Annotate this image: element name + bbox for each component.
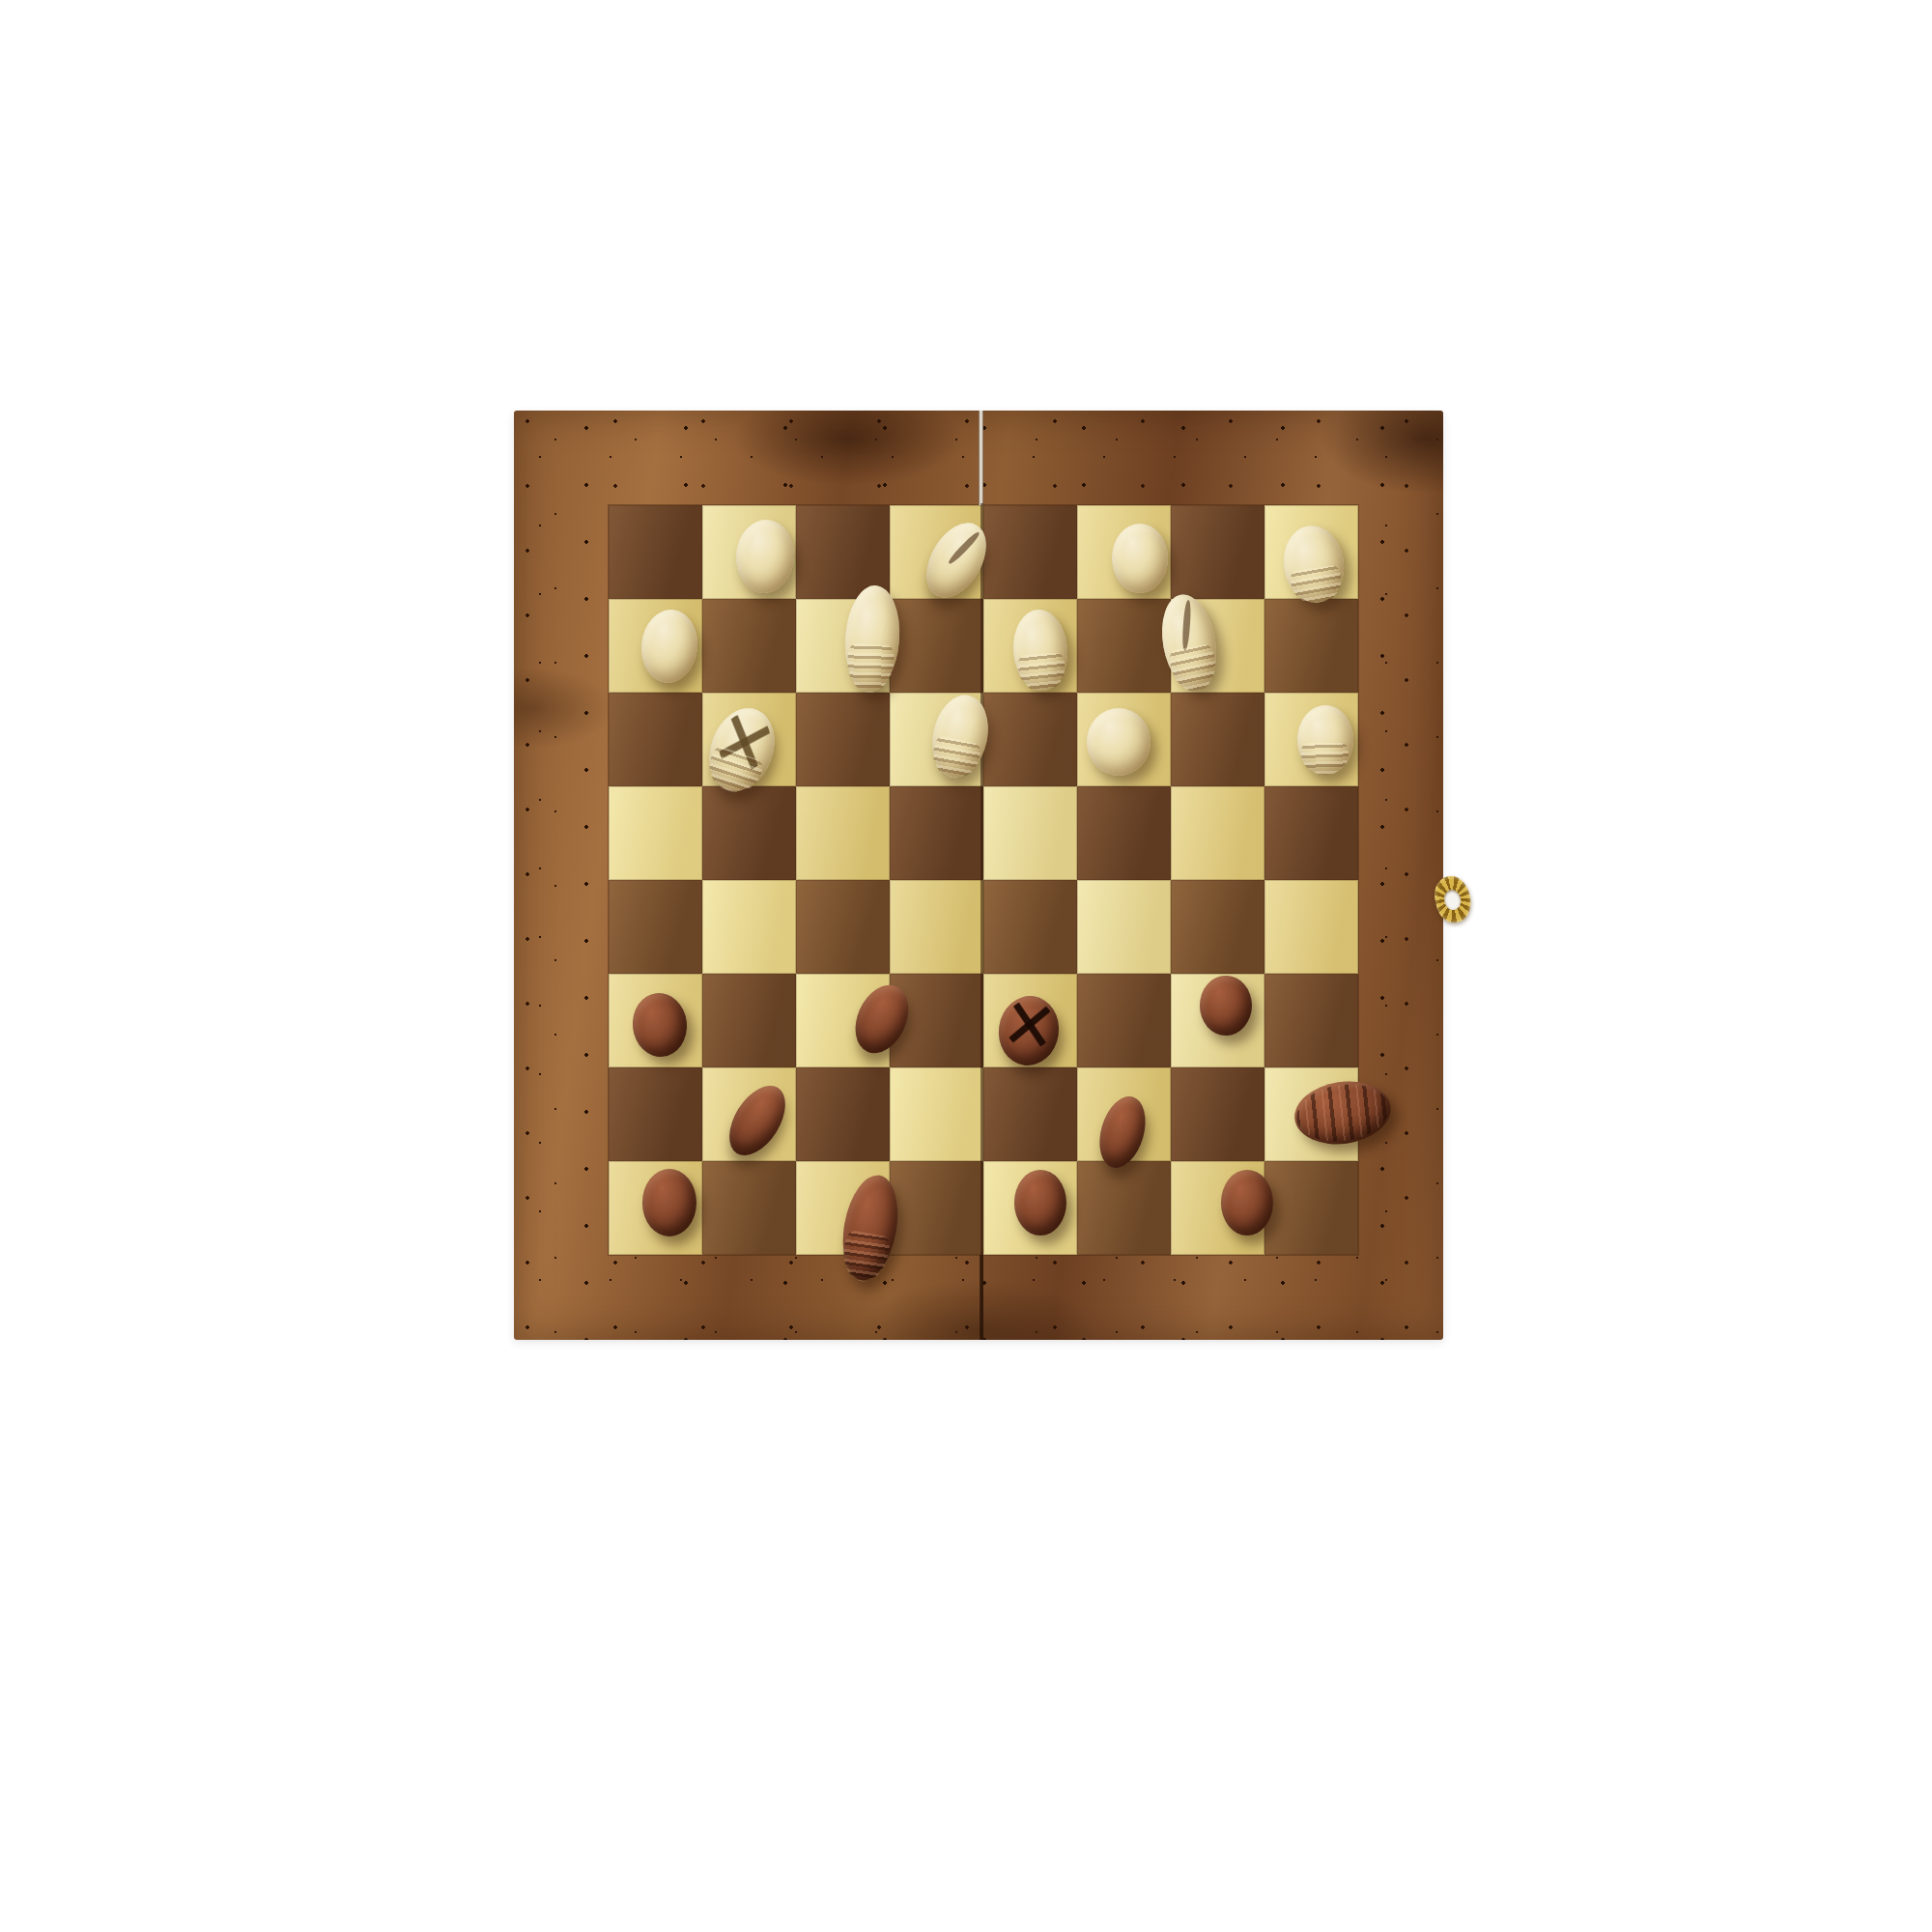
piece-light-rook-c7[interactable]: [841, 583, 903, 694]
piece-light-pawn-f6[interactable]: [1087, 708, 1151, 776]
rings-mark: [1301, 743, 1349, 775]
rings-mark: [1168, 642, 1219, 694]
piece-dark-pawn-g1[interactable]: [1221, 1170, 1273, 1236]
piece-light-king-b6[interactable]: [697, 698, 784, 800]
piece-light-pawn-a7[interactable]: [638, 607, 701, 686]
piece-dark-bishop-c3[interactable]: [845, 977, 919, 1062]
piece-dark-knight-b2[interactable]: [718, 1075, 796, 1164]
rings-mark: [838, 1229, 890, 1285]
photo-background: [0, 0, 1932, 1932]
piece-dark-rook-h2[interactable]: [1291, 1075, 1395, 1150]
piece-light-bishop-g7[interactable]: [1154, 590, 1223, 695]
chess-board-box: [514, 411, 1443, 1340]
piece-dark-rook-c1[interactable]: [835, 1171, 904, 1285]
piece-light-pawn-e7[interactable]: [1010, 608, 1070, 693]
rings-mark: [1017, 652, 1065, 693]
piece-light-pawn-f8[interactable]: [1112, 524, 1168, 593]
notch-mark: [1180, 600, 1191, 650]
piece-dark-pawn-e1[interactable]: [1014, 1170, 1066, 1236]
piece-light-rook-h8[interactable]: [1278, 522, 1349, 607]
piece-dark-pawn-a1[interactable]: [642, 1169, 696, 1236]
piece-light-pawn-d6[interactable]: [924, 690, 995, 782]
fold-seam-gap-top: [979, 411, 983, 505]
piece-dark-pawn-g3[interactable]: [1200, 976, 1252, 1036]
pieces-layer: [609, 505, 1358, 1255]
piece-dark-pawn-a3[interactable]: [629, 990, 690, 1059]
x-mark: [1002, 997, 1056, 1052]
rings-mark: [845, 641, 894, 694]
piece-light-pawn-h6[interactable]: [1297, 705, 1353, 775]
fold-seam-gap-bottom: [980, 1255, 983, 1340]
notch-mark: [947, 529, 980, 564]
piece-dark-knight-f2[interactable]: [1092, 1091, 1152, 1173]
rings-mark: [1289, 564, 1344, 607]
brass-clasp: [1431, 873, 1474, 925]
piece-dark-king-e3[interactable]: [994, 992, 1063, 1069]
brass-clasp-hole: [1443, 889, 1463, 911]
piece-light-pawn-b8[interactable]: [733, 517, 796, 594]
piece-light-knight-d8[interactable]: [914, 512, 998, 608]
vrings-mark: [1293, 1078, 1392, 1148]
rings-mark: [928, 735, 980, 781]
